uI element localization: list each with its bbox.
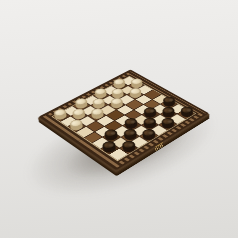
board-stage (64, 55, 184, 175)
square-f1 (160, 120, 177, 130)
product-photo-scene (0, 0, 238, 238)
board-top-face (39, 70, 209, 171)
square-h1 (178, 109, 194, 119)
checkers-board (39, 70, 209, 171)
